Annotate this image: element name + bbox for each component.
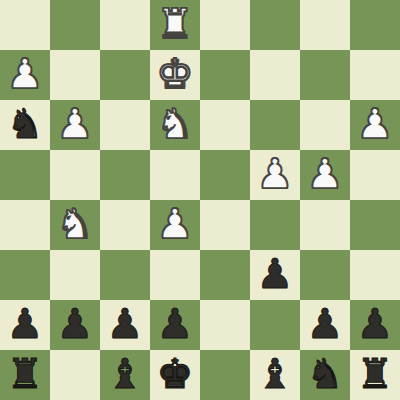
square-b1[interactable]	[300, 0, 350, 50]
square-b7[interactable]: ♟	[300, 300, 350, 350]
square-e8[interactable]: ♚	[150, 350, 200, 400]
square-a7[interactable]: ♟	[350, 300, 400, 350]
square-h3[interactable]: ♞	[0, 100, 50, 150]
square-d8[interactable]	[200, 350, 250, 400]
square-f1[interactable]	[100, 0, 150, 50]
square-f4[interactable]	[100, 150, 150, 200]
square-g6[interactable]	[50, 250, 100, 300]
square-a2[interactable]	[350, 50, 400, 100]
square-g4[interactable]	[50, 150, 100, 200]
square-a5[interactable]	[350, 200, 400, 250]
square-e1[interactable]: ♜	[150, 0, 200, 50]
square-g5[interactable]: ♞	[50, 200, 100, 250]
white-pawn-piece[interactable]: ♟	[57, 104, 94, 145]
square-g7[interactable]: ♟	[50, 300, 100, 350]
square-d1[interactable]	[200, 0, 250, 50]
black-bishop-piece[interactable]: ♝	[257, 354, 294, 395]
square-b4[interactable]: ♟	[300, 150, 350, 200]
square-g2[interactable]	[50, 50, 100, 100]
black-pawn-piece[interactable]: ♟	[257, 254, 294, 295]
chess-board: ♜♟♚♞♟♞♟♟♟♞♟♟♟♟♟♟♟♟♜♝♚♝♞♜	[0, 0, 400, 400]
black-pawn-piece[interactable]: ♟	[57, 304, 94, 345]
square-b5[interactable]	[300, 200, 350, 250]
square-h5[interactable]	[0, 200, 50, 250]
square-h7[interactable]: ♟	[0, 300, 50, 350]
square-d3[interactable]	[200, 100, 250, 150]
black-rook-piece[interactable]: ♜	[357, 354, 394, 395]
square-e5[interactable]: ♟	[150, 200, 200, 250]
white-king-piece[interactable]: ♚	[157, 54, 194, 95]
square-b8[interactable]: ♞	[300, 350, 350, 400]
black-pawn-piece[interactable]: ♟	[107, 304, 144, 345]
square-f8[interactable]: ♝	[100, 350, 150, 400]
square-h2[interactable]: ♟	[0, 50, 50, 100]
square-f5[interactable]	[100, 200, 150, 250]
black-knight-piece[interactable]: ♞	[307, 354, 344, 395]
white-pawn-piece[interactable]: ♟	[357, 104, 394, 145]
square-h8[interactable]: ♜	[0, 350, 50, 400]
black-pawn-piece[interactable]: ♟	[7, 304, 44, 345]
square-b6[interactable]	[300, 250, 350, 300]
square-b3[interactable]	[300, 100, 350, 150]
white-knight-piece[interactable]: ♞	[157, 104, 194, 145]
white-pawn-piece[interactable]: ♟	[157, 204, 194, 245]
white-pawn-piece[interactable]: ♟	[7, 54, 44, 95]
square-a4[interactable]	[350, 150, 400, 200]
square-a6[interactable]	[350, 250, 400, 300]
square-d7[interactable]	[200, 300, 250, 350]
white-pawn-piece[interactable]: ♟	[257, 154, 294, 195]
square-c1[interactable]	[250, 0, 300, 50]
square-g3[interactable]: ♟	[50, 100, 100, 150]
square-e2[interactable]: ♚	[150, 50, 200, 100]
black-rook-piece[interactable]: ♜	[7, 354, 44, 395]
square-d2[interactable]	[200, 50, 250, 100]
square-d6[interactable]	[200, 250, 250, 300]
square-c2[interactable]	[250, 50, 300, 100]
square-b2[interactable]	[300, 50, 350, 100]
square-f3[interactable]	[100, 100, 150, 150]
square-h6[interactable]	[0, 250, 50, 300]
black-bishop-piece[interactable]: ♝	[107, 354, 144, 395]
square-e6[interactable]	[150, 250, 200, 300]
square-a1[interactable]	[350, 0, 400, 50]
square-a8[interactable]: ♜	[350, 350, 400, 400]
white-rook-piece[interactable]: ♜	[157, 4, 194, 45]
square-g1[interactable]	[50, 0, 100, 50]
square-e7[interactable]: ♟	[150, 300, 200, 350]
square-c6[interactable]: ♟	[250, 250, 300, 300]
square-h4[interactable]	[0, 150, 50, 200]
black-pawn-piece[interactable]: ♟	[157, 304, 194, 345]
square-c3[interactable]	[250, 100, 300, 150]
square-f7[interactable]: ♟	[100, 300, 150, 350]
square-c5[interactable]	[250, 200, 300, 250]
square-c8[interactable]: ♝	[250, 350, 300, 400]
black-pawn-piece[interactable]: ♟	[357, 304, 394, 345]
black-knight-piece[interactable]: ♞	[7, 104, 44, 145]
square-c7[interactable]	[250, 300, 300, 350]
square-h1[interactable]	[0, 0, 50, 50]
square-e4[interactable]	[150, 150, 200, 200]
black-pawn-piece[interactable]: ♟	[307, 304, 344, 345]
square-f6[interactable]	[100, 250, 150, 300]
square-g8[interactable]	[50, 350, 100, 400]
square-e3[interactable]: ♞	[150, 100, 200, 150]
square-f2[interactable]	[100, 50, 150, 100]
white-pawn-piece[interactable]: ♟	[307, 154, 344, 195]
square-c4[interactable]: ♟	[250, 150, 300, 200]
white-knight-piece[interactable]: ♞	[57, 204, 94, 245]
black-king-piece[interactable]: ♚	[157, 354, 194, 395]
square-d5[interactable]	[200, 200, 250, 250]
square-a3[interactable]: ♟	[350, 100, 400, 150]
square-d4[interactable]	[200, 150, 250, 200]
